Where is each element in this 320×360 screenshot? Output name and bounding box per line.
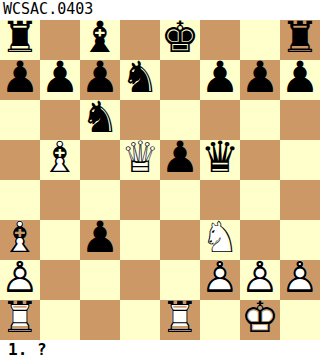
square-d1[interactable]	[120, 300, 160, 340]
square-e8[interactable]: ♚	[160, 20, 200, 60]
square-f2[interactable]: ♟♙	[200, 260, 240, 300]
square-b5[interactable]: ♝♗	[40, 140, 80, 180]
square-d5[interactable]: ♛♕	[120, 140, 160, 180]
piece-white-bishop: ♝♗	[40, 140, 80, 180]
piece-black-queen: ♛	[200, 140, 240, 180]
black-pawn-icon: ♟	[80, 57, 120, 97]
square-b4[interactable]	[40, 180, 80, 220]
square-h7[interactable]: ♟	[280, 60, 320, 100]
square-c6[interactable]: ♞	[80, 100, 120, 140]
white-bishop-outline-icon: ♗	[0, 217, 40, 257]
square-d7[interactable]: ♞	[120, 60, 160, 100]
square-b7[interactable]: ♟	[40, 60, 80, 100]
square-h4[interactable]	[280, 180, 320, 220]
black-knight-icon: ♞	[80, 97, 120, 137]
white-pawn-outline-icon: ♙	[0, 257, 40, 297]
square-g6[interactable]	[240, 100, 280, 140]
square-h1[interactable]	[280, 300, 320, 340]
white-bishop-outline-icon: ♗	[40, 137, 80, 177]
white-knight-outline-icon: ♘	[200, 217, 240, 257]
piece-black-pawn: ♟	[80, 220, 120, 260]
square-g7[interactable]: ♟	[240, 60, 280, 100]
black-rook-icon: ♜	[0, 17, 40, 57]
square-a5[interactable]	[0, 140, 40, 180]
square-c1[interactable]	[80, 300, 120, 340]
square-e7[interactable]	[160, 60, 200, 100]
piece-white-pawn: ♟♙	[280, 260, 320, 300]
black-king-icon: ♚	[160, 17, 200, 57]
square-c2[interactable]	[80, 260, 120, 300]
black-knight-icon: ♞	[120, 57, 160, 97]
square-b3[interactable]	[40, 220, 80, 260]
piece-white-king: ♚♔	[240, 300, 280, 340]
piece-white-rook: ♜♖	[160, 300, 200, 340]
black-pawn-icon: ♟	[280, 57, 320, 97]
square-f1[interactable]	[200, 300, 240, 340]
white-rook-outline-icon: ♖	[0, 297, 40, 337]
square-d4[interactable]	[120, 180, 160, 220]
square-d2[interactable]	[120, 260, 160, 300]
white-rook-outline-icon: ♖	[160, 297, 200, 337]
white-pawn-outline-icon: ♙	[280, 257, 320, 297]
square-e5[interactable]: ♟	[160, 140, 200, 180]
chess-board: ♜♝♚♜♟♟♟♞♟♟♟♞♝♗♛♕♟♛♝♗♟♞♘♟♙♟♙♟♙♟♙♜♖♜♖♚♔	[0, 20, 320, 340]
square-h5[interactable]	[280, 140, 320, 180]
square-c5[interactable]	[80, 140, 120, 180]
square-e1[interactable]: ♜♖	[160, 300, 200, 340]
square-f5[interactable]: ♛	[200, 140, 240, 180]
black-pawn-icon: ♟	[0, 57, 40, 97]
piece-black-knight: ♞	[120, 60, 160, 100]
piece-white-queen: ♛♕	[120, 140, 160, 180]
square-c3[interactable]: ♟	[80, 220, 120, 260]
white-king-outline-icon: ♔	[240, 297, 280, 337]
black-pawn-icon: ♟	[200, 57, 240, 97]
piece-black-pawn: ♟	[280, 60, 320, 100]
square-b1[interactable]	[40, 300, 80, 340]
black-pawn-icon: ♟	[160, 137, 200, 177]
piece-black-pawn: ♟	[160, 140, 200, 180]
piece-white-rook: ♜♖	[0, 300, 40, 340]
square-h6[interactable]	[280, 100, 320, 140]
white-pawn-outline-icon: ♙	[240, 257, 280, 297]
square-h2[interactable]: ♟♙	[280, 260, 320, 300]
black-pawn-icon: ♟	[80, 217, 120, 257]
square-a7[interactable]: ♟	[0, 60, 40, 100]
piece-black-pawn: ♟	[240, 60, 280, 100]
piece-black-pawn: ♟	[200, 60, 240, 100]
square-g5[interactable]	[240, 140, 280, 180]
piece-white-pawn: ♟♙	[200, 260, 240, 300]
black-rook-icon: ♜	[280, 17, 320, 57]
square-a1[interactable]: ♜♖	[0, 300, 40, 340]
black-pawn-icon: ♟	[40, 57, 80, 97]
piece-black-knight: ♞	[80, 100, 120, 140]
square-g1[interactable]: ♚♔	[240, 300, 280, 340]
square-f7[interactable]: ♟	[200, 60, 240, 100]
square-g4[interactable]	[240, 180, 280, 220]
black-queen-icon: ♛	[200, 137, 240, 177]
black-bishop-icon: ♝	[80, 17, 120, 57]
square-e3[interactable]	[160, 220, 200, 260]
piece-black-pawn: ♟	[0, 60, 40, 100]
white-queen-outline-icon: ♕	[120, 137, 160, 177]
square-a6[interactable]	[0, 100, 40, 140]
square-e4[interactable]	[160, 180, 200, 220]
black-pawn-icon: ♟	[240, 57, 280, 97]
piece-black-pawn: ♟	[40, 60, 80, 100]
square-b2[interactable]	[40, 260, 80, 300]
move-prompt: 1. ?	[0, 340, 320, 360]
white-pawn-outline-icon: ♙	[200, 257, 240, 297]
square-d3[interactable]	[120, 220, 160, 260]
piece-black-king: ♚	[160, 20, 200, 60]
